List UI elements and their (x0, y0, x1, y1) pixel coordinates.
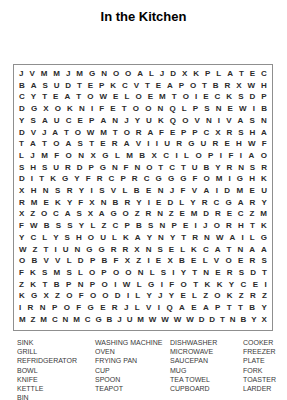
grid-cell[interactable]: S (157, 244, 162, 255)
grid-cell[interactable]: R (192, 232, 198, 243)
grid-cell[interactable]: V (226, 115, 231, 126)
grid-cell[interactable]: B (113, 197, 119, 208)
grid-cell[interactable]: L (78, 267, 83, 278)
grid-cell[interactable]: Y (135, 115, 140, 126)
grid-cell[interactable]: Y (19, 232, 24, 243)
grid-cell[interactable]: F (19, 267, 24, 278)
grid-cell[interactable]: T (39, 173, 44, 184)
grid-cell[interactable]: C (241, 279, 247, 290)
grid-cell[interactable]: Y (136, 197, 141, 208)
grid-cell[interactable]: S (99, 185, 104, 196)
grid-cell[interactable]: D (250, 267, 256, 278)
grid-cell[interactable]: Y (261, 197, 266, 208)
grid-cell[interactable]: L (250, 232, 255, 243)
grid-cell[interactable]: E (238, 255, 243, 266)
grid-cell[interactable]: C (19, 91, 25, 102)
grid-cell[interactable]: T (158, 162, 163, 173)
grid-cell[interactable]: S (148, 220, 153, 231)
grid-cell[interactable]: B (44, 220, 50, 231)
grid-cell[interactable]: G (31, 103, 37, 114)
grid-cell[interactable]: Y (67, 197, 72, 208)
grid-cell[interactable]: U (63, 244, 69, 255)
grid-cell[interactable]: N (230, 314, 236, 325)
grid-cell[interactable]: O (89, 267, 95, 278)
grid-cell[interactable]: E (110, 103, 115, 114)
grid-cell[interactable]: G (237, 173, 243, 184)
grid-cell[interactable]: R (136, 127, 142, 138)
grid-cell[interactable]: A (31, 80, 37, 91)
grid-cell[interactable]: R (123, 244, 129, 255)
grid-cell[interactable]: E (227, 208, 232, 219)
grid-cell[interactable]: F (79, 290, 84, 301)
grid-cell[interactable]: N (261, 115, 267, 126)
grid-cell[interactable]: E (146, 185, 151, 196)
grid-cell[interactable]: Y (251, 314, 256, 325)
grid-cell[interactable]: N (204, 232, 210, 243)
grid-cell[interactable]: Z (31, 314, 36, 325)
grid-cell[interactable]: E (156, 255, 161, 266)
grid-cell[interactable]: X (43, 103, 48, 114)
grid-cell[interactable]: M (159, 91, 166, 102)
grid-cell[interactable]: B (261, 103, 267, 114)
grid-cell[interactable]: Z (33, 244, 38, 255)
grid-cell[interactable]: M (191, 208, 198, 219)
grid-cell[interactable]: A (100, 115, 106, 126)
grid-cell[interactable]: G (188, 138, 194, 149)
grid-cell[interactable]: R (132, 173, 138, 184)
grid-cell[interactable]: J (203, 220, 207, 231)
grid-cell[interactable]: A (124, 138, 130, 149)
grid-cell[interactable]: T (227, 244, 232, 255)
grid-cell[interactable]: Y (53, 232, 58, 243)
grid-cell[interactable]: Z (19, 279, 24, 290)
grid-cell[interactable]: O (66, 150, 72, 161)
grid-cell[interactable]: D (19, 127, 25, 138)
grid-cell[interactable]: U (127, 314, 133, 325)
grid-cell[interactable]: Y (170, 232, 175, 243)
grid-cell[interactable]: O (90, 290, 96, 301)
grid-cell[interactable]: P (215, 302, 220, 313)
grid-cell[interactable]: S (66, 267, 71, 278)
grid-cell[interactable]: B (249, 302, 255, 313)
grid-cell[interactable]: V (111, 185, 116, 196)
wordsearch-grid[interactable]: JVMMJMGNOOALJDXKPLATECBASUDTEPKCVTEAPOTB… (13, 64, 273, 331)
grid-cell[interactable]: O (124, 127, 130, 138)
grid-cell[interactable]: S (55, 185, 60, 196)
grid-cell[interactable]: I (91, 103, 93, 114)
grid-cell[interactable]: S (30, 115, 35, 126)
grid-cell[interactable]: P (90, 279, 95, 290)
grid-cell[interactable]: L (67, 255, 72, 266)
grid-cell[interactable]: D (19, 173, 25, 184)
grid-cell[interactable]: K (204, 279, 210, 290)
grid-cell[interactable]: I (264, 279, 266, 290)
grid-cell[interactable]: P (208, 150, 213, 161)
grid-cell[interactable]: C (203, 244, 209, 255)
grid-cell[interactable]: N (112, 162, 118, 173)
grid-cell[interactable]: L (123, 185, 128, 196)
grid-cell[interactable]: Q (170, 115, 176, 126)
grid-cell[interactable]: P (181, 127, 186, 138)
grid-cell[interactable]: T (227, 302, 232, 313)
grid-cell[interactable]: P (192, 127, 197, 138)
grid-cell[interactable]: X (167, 255, 172, 266)
grid-cell[interactable]: S (19, 162, 24, 173)
grid-cell[interactable]: U (54, 80, 60, 91)
grid-cell[interactable]: N (79, 103, 85, 114)
grid-cell[interactable]: G (31, 290, 37, 301)
grid-cell[interactable]: L (124, 91, 129, 102)
grid-cell[interactable]: R (112, 302, 118, 313)
grid-cell[interactable]: F (262, 138, 267, 149)
grid-cell[interactable]: M (54, 267, 61, 278)
grid-cell[interactable]: N (40, 302, 46, 313)
grid-cell[interactable]: W (186, 314, 194, 325)
grid-cell[interactable]: H (261, 80, 267, 91)
grid-cell[interactable]: L (150, 267, 155, 278)
grid-cell[interactable]: O (182, 115, 188, 126)
grid-cell[interactable]: A (203, 302, 209, 313)
grid-cell[interactable]: F (99, 103, 104, 114)
grid-cell[interactable]: O (123, 208, 129, 219)
grid-cell[interactable]: T (239, 68, 244, 79)
grid-cell[interactable]: H (31, 185, 37, 196)
grid-cell[interactable]: A (261, 127, 267, 138)
grid-cell[interactable]: W (19, 244, 27, 255)
grid-cell[interactable]: S (76, 208, 81, 219)
grid-cell[interactable]: T (250, 220, 255, 231)
grid-cell[interactable]: B (134, 185, 140, 196)
grid-cell[interactable]: Y (79, 185, 84, 196)
grid-cell[interactable]: C (113, 220, 119, 231)
grid-cell[interactable]: D (19, 103, 25, 114)
grid-cell[interactable]: T (77, 80, 82, 91)
grid-cell[interactable]: W (87, 127, 95, 138)
grid-cell[interactable]: S (42, 80, 47, 91)
grid-cell[interactable]: V (146, 302, 151, 313)
grid-cell[interactable]: C (261, 68, 267, 79)
grid-cell[interactable]: F (19, 220, 24, 231)
grid-cell[interactable]: Y (147, 290, 152, 301)
grid-cell[interactable]: Q (169, 103, 175, 114)
grid-cell[interactable]: S (65, 232, 70, 243)
grid-cell[interactable]: O (102, 279, 108, 290)
grid-cell[interactable]: C (144, 173, 150, 184)
grid-cell[interactable]: Z (250, 208, 255, 219)
grid-cell[interactable]: C (85, 314, 91, 325)
grid-cell[interactable]: O (66, 290, 72, 301)
grid-cell[interactable]: I (253, 103, 255, 114)
grid-cell[interactable]: T (89, 138, 94, 149)
grid-cell[interactable]: E (100, 138, 105, 149)
grid-cell[interactable]: U (261, 185, 267, 196)
grid-cell[interactable]: I (54, 244, 56, 255)
grid-cell[interactable]: R (145, 208, 151, 219)
grid-cell[interactable]: Z (30, 208, 35, 219)
grid-cell[interactable]: R (226, 220, 232, 231)
grid-cell[interactable]: G (62, 173, 68, 184)
grid-cell[interactable]: R (112, 138, 118, 149)
grid-cell[interactable]: B (179, 255, 185, 266)
grid-cell[interactable]: G (86, 244, 92, 255)
grid-cell[interactable]: E (169, 244, 174, 255)
grid-cell[interactable]: W (149, 314, 157, 325)
grid-cell[interactable]: G (111, 208, 117, 219)
grid-cell[interactable]: U (192, 162, 198, 173)
grid-cell[interactable]: D (224, 185, 230, 196)
grid-cell[interactable]: I (156, 138, 158, 149)
grid-cell[interactable]: G (225, 197, 231, 208)
grid-cell[interactable]: A (65, 208, 71, 219)
grid-cell[interactable]: S (67, 220, 72, 231)
grid-cell[interactable]: J (30, 150, 34, 161)
grid-cell[interactable]: T (42, 138, 47, 149)
grid-cell[interactable]: M (41, 150, 48, 161)
grid-cell[interactable]: N (101, 197, 107, 208)
grid-cell[interactable]: Z (203, 290, 208, 301)
grid-cell[interactable]: N (63, 314, 69, 325)
grid-cell[interactable]: R (65, 162, 71, 173)
grid-cell[interactable]: O (135, 91, 141, 102)
grid-cell[interactable]: K (19, 290, 25, 301)
grid-cell[interactable]: S (42, 267, 47, 278)
grid-cell[interactable]: N (238, 162, 244, 173)
grid-cell[interactable]: E (113, 91, 118, 102)
grid-cell[interactable]: L (19, 150, 24, 161)
grid-cell[interactable]: C (66, 115, 72, 126)
grid-cell[interactable]: O (125, 267, 131, 278)
grid-cell[interactable]: C (30, 232, 36, 243)
grid-cell[interactable]: S (78, 138, 83, 149)
grid-cell[interactable]: T (64, 127, 69, 138)
grid-cell[interactable]: I (172, 267, 174, 278)
grid-cell[interactable]: O (41, 208, 47, 219)
grid-cell[interactable]: I (147, 138, 149, 149)
grid-cell[interactable]: Y (31, 91, 36, 102)
grid-cell[interactable]: M (100, 127, 107, 138)
grid-cell[interactable]: S (238, 127, 243, 138)
grid-cell[interactable]: V (134, 80, 139, 91)
grid-cell[interactable]: A (42, 115, 48, 126)
grid-cell[interactable]: K (110, 80, 116, 91)
grid-cell[interactable]: F (169, 279, 174, 290)
grid-cell[interactable]: D (209, 314, 215, 325)
grid-cell[interactable]: W (247, 80, 255, 91)
grid-cell[interactable]: W (99, 91, 107, 102)
grid-cell[interactable]: X (125, 255, 130, 266)
grid-cell[interactable]: N (74, 244, 80, 255)
grid-cell[interactable]: X (90, 150, 95, 161)
grid-cell[interactable]: X (182, 68, 187, 79)
grid-cell[interactable]: N (237, 244, 243, 255)
grid-cell[interactable]: A (52, 127, 58, 138)
grid-cell[interactable]: A (179, 302, 185, 313)
grid-cell[interactable]: T (43, 244, 48, 255)
grid-cell[interactable]: K (261, 173, 267, 184)
grid-cell[interactable]: E (225, 138, 230, 149)
grid-cell[interactable]: G (89, 68, 95, 79)
grid-cell[interactable]: V (55, 255, 60, 266)
grid-cell[interactable]: G (168, 173, 174, 184)
grid-cell[interactable]: L (182, 103, 187, 114)
grid-cell[interactable]: D (65, 80, 71, 91)
grid-cell[interactable]: Z (262, 290, 267, 301)
grid-cell[interactable]: F (193, 173, 198, 184)
grid-cell[interactable]: I (19, 302, 21, 313)
grid-cell[interactable]: C (169, 162, 175, 173)
grid-cell[interactable]: X (261, 314, 266, 325)
grid-cell[interactable]: A (204, 185, 210, 196)
grid-cell[interactable]: X (89, 197, 94, 208)
grid-cell[interactable]: I (91, 185, 93, 196)
grid-cell[interactable]: J (170, 185, 174, 196)
grid-cell[interactable]: U (100, 232, 106, 243)
grid-cell[interactable]: K (191, 244, 197, 255)
grid-cell[interactable]: Y (19, 115, 24, 126)
grid-cell[interactable]: K (227, 290, 233, 301)
grid-cell[interactable]: T (19, 138, 24, 149)
grid-cell[interactable]: N (158, 185, 164, 196)
grid-cell[interactable]: O (125, 68, 131, 79)
grid-cell[interactable]: Z (101, 220, 106, 231)
grid-cell[interactable]: L (90, 220, 95, 231)
grid-cell[interactable]: E (100, 302, 105, 313)
grid-cell[interactable]: E (88, 80, 93, 91)
grid-cell[interactable]: D (77, 162, 83, 173)
grid-cell[interactable]: J (42, 127, 46, 138)
grid-cell[interactable]: R (250, 197, 256, 208)
grid-cell[interactable]: R (213, 138, 219, 149)
grid-cell[interactable]: L (180, 244, 185, 255)
grid-cell[interactable]: V (136, 138, 141, 149)
grid-cell[interactable]: T (202, 80, 207, 91)
grid-cell[interactable]: O (203, 173, 209, 184)
grid-cell[interactable]: X (215, 127, 220, 138)
grid-cell[interactable]: N (157, 208, 163, 219)
grid-cell[interactable]: B (240, 314, 246, 325)
grid-cell[interactable]: Z (135, 208, 140, 219)
grid-cell[interactable]: C (214, 197, 220, 208)
grid-cell[interactable]: N (78, 150, 84, 161)
grid-cell[interactable]: I (175, 150, 177, 161)
grid-cell[interactable]: G (98, 244, 104, 255)
grid-cell[interactable]: V (214, 255, 219, 266)
grid-cell[interactable]: B (101, 255, 107, 266)
grid-cell[interactable]: W (123, 279, 131, 290)
grid-cell[interactable]: R (227, 267, 233, 278)
grid-cell[interactable]: B (139, 150, 145, 161)
grid-cell[interactable]: T (192, 267, 197, 278)
grid-cell[interactable]: W (239, 103, 247, 114)
grid-cell[interactable]: N (160, 220, 166, 231)
grid-cell[interactable]: L (135, 302, 140, 313)
grid-cell[interactable]: C (52, 314, 58, 325)
grid-cell[interactable]: U (146, 115, 152, 126)
grid-cell[interactable]: E (191, 255, 196, 266)
grid-cell[interactable]: B (203, 162, 209, 173)
grid-cell[interactable]: P (66, 279, 71, 290)
grid-cell[interactable]: G (148, 279, 154, 290)
grid-cell[interactable]: Y (261, 302, 266, 313)
grid-cell[interactable]: A (261, 244, 267, 255)
grid-cell[interactable]: S (42, 162, 47, 173)
grid-cell[interactable]: L (216, 68, 221, 79)
grid-cell[interactable]: V (29, 68, 34, 79)
grid-cell[interactable]: L (135, 290, 140, 301)
grid-cell[interactable]: N (138, 267, 144, 278)
grid-cell[interactable]: P (261, 91, 266, 102)
grid-cell[interactable]: G (261, 232, 267, 243)
grid-cell[interactable]: X (44, 290, 49, 301)
grid-cell[interactable]: I (158, 302, 160, 313)
grid-cell[interactable]: C (53, 208, 59, 219)
grid-cell[interactable]: O (146, 162, 152, 173)
grid-cell[interactable]: N (43, 185, 49, 196)
grid-cell[interactable]: A (249, 244, 255, 255)
grid-cell[interactable]: I (220, 150, 222, 161)
grid-cell[interactable]: T (145, 80, 150, 91)
grid-cell[interactable]: H (236, 138, 242, 149)
grid-cell[interactable]: E (180, 208, 185, 219)
grid-cell[interactable]: M (40, 314, 47, 325)
grid-cell[interactable]: A (64, 91, 70, 102)
grid-cell[interactable]: I (147, 255, 149, 266)
grid-cell[interactable]: N (216, 103, 222, 114)
grid-cell[interactable]: T (262, 267, 267, 278)
grid-cell[interactable]: R (215, 208, 221, 219)
grid-cell[interactable]: P (88, 162, 93, 173)
grid-cell[interactable]: P (90, 255, 95, 266)
grid-cell[interactable]: B (136, 220, 142, 231)
grid-cell[interactable]: T (181, 232, 186, 243)
grid-cell[interactable]: M (137, 314, 144, 325)
grid-cell[interactable]: R (28, 302, 34, 313)
grid-cell[interactable]: L (112, 232, 117, 243)
grid-cell[interactable]: L (137, 279, 142, 290)
grid-cell[interactable]: I (195, 220, 197, 231)
grid-cell[interactable]: A (215, 244, 221, 255)
grid-cell[interactable]: F (76, 302, 81, 313)
grid-cell[interactable]: W (30, 220, 38, 231)
grid-cell[interactable]: E (180, 290, 185, 301)
grid-cell[interactable]: R (225, 80, 231, 91)
grid-cell[interactable]: R (176, 138, 182, 149)
grid-cell[interactable]: K (123, 232, 129, 243)
grid-cell[interactable]: K (158, 115, 164, 126)
grid-cell[interactable]: L (42, 232, 47, 243)
grid-cell[interactable]: K (261, 220, 267, 231)
grid-cell[interactable]: T (238, 302, 243, 313)
grid-cell[interactable]: T (181, 162, 186, 173)
grid-cell[interactable]: D (250, 91, 256, 102)
grid-cell[interactable]: J (124, 302, 128, 313)
grid-cell[interactable]: B (54, 279, 60, 290)
grid-cell[interactable]: R (19, 197, 25, 208)
grid-cell[interactable]: V (44, 255, 49, 266)
grid-cell[interactable]: N (134, 162, 140, 173)
grid-cell[interactable]: U (53, 162, 59, 173)
grid-cell[interactable]: J (158, 290, 162, 301)
grid-cell[interactable]: T (42, 91, 47, 102)
grid-cell[interactable]: N (157, 103, 163, 114)
grid-cell[interactable]: T (122, 103, 127, 114)
grid-cell[interactable]: I (240, 150, 242, 161)
grid-cell[interactable]: E (78, 115, 83, 126)
grid-cell[interactable]: O (55, 103, 61, 114)
grid-cell[interactable]: L (203, 255, 208, 266)
grid-cell[interactable]: N (101, 68, 107, 79)
grid-cell[interactable]: O (181, 279, 187, 290)
